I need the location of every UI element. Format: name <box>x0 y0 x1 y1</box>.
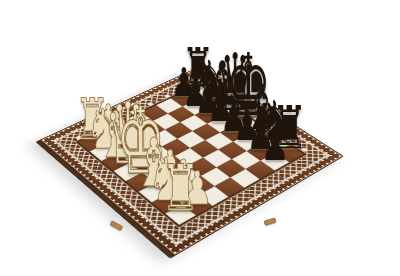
black-pawn[interactable]: ♟ <box>260 123 289 167</box>
brass-clasp-icon <box>110 220 124 231</box>
brass-clasp-icon <box>264 217 277 225</box>
product-photo-scene: ♜♞♟♝♟♛♟♚♟♝♟♞♟♟♜♟♟♜♟♟♞♟♝♟♛♟♚♟♝♟♞♜ <box>0 0 400 276</box>
white-rook[interactable]: ♜ <box>161 157 200 220</box>
